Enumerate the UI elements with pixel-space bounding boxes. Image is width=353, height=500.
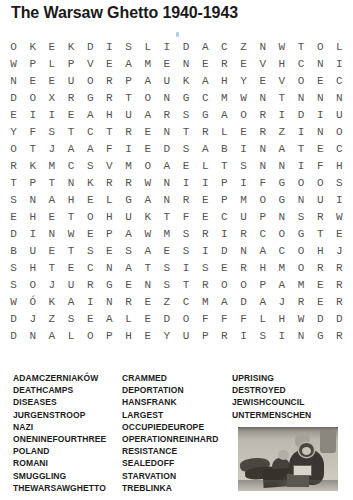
grid-cell: C bbox=[272, 243, 291, 260]
grid-cell: W bbox=[138, 226, 157, 243]
grid-cell: F bbox=[176, 209, 195, 226]
grid-cell: N bbox=[157, 175, 176, 192]
grid-cell: P bbox=[119, 73, 138, 90]
grid-cell: O bbox=[81, 73, 100, 90]
word-list-item: UNTERMENSCHEN bbox=[232, 409, 311, 421]
grid-cell: E bbox=[311, 277, 330, 294]
grid-cell: H bbox=[119, 328, 138, 345]
grid-cell: F bbox=[196, 311, 215, 328]
word-list-column: CRAMMEDDEPORTATIONHANSFRANKLARGESTOCCUPI… bbox=[122, 372, 218, 494]
grid-cell: E bbox=[61, 107, 80, 124]
grid-cell: H bbox=[100, 209, 119, 226]
grid-cell: C bbox=[81, 260, 100, 277]
grid-cell: O bbox=[291, 73, 310, 90]
grid-cell: D bbox=[4, 311, 23, 328]
grid-cell: P bbox=[215, 175, 234, 192]
grid-cell: I bbox=[330, 56, 349, 73]
grid-cell: A bbox=[215, 294, 234, 311]
grid-cell: I bbox=[23, 107, 42, 124]
grid-cell: W bbox=[4, 56, 23, 73]
grid-cell: E bbox=[119, 277, 138, 294]
grid-cell: E bbox=[81, 226, 100, 243]
grid-cell: R bbox=[100, 73, 119, 90]
grid-cell: R bbox=[119, 175, 138, 192]
grid-cell: C bbox=[176, 294, 195, 311]
grid-cell: S bbox=[81, 243, 100, 260]
grid-cell: W bbox=[272, 39, 291, 56]
grid-cell: P bbox=[253, 209, 272, 226]
grid-cell: I bbox=[234, 175, 253, 192]
grid-cell: O bbox=[291, 260, 310, 277]
photo-tray-shape bbox=[293, 465, 312, 476]
grid-cell: N bbox=[61, 175, 80, 192]
grid-cell: T bbox=[176, 277, 195, 294]
word-list-item: SMUGGLING bbox=[13, 470, 106, 482]
grid-cell: H bbox=[215, 73, 234, 90]
grid-cell: O bbox=[138, 158, 157, 175]
photo-doorway-shape bbox=[320, 430, 336, 453]
grid-cell: T bbox=[42, 175, 61, 192]
grid-cell: E bbox=[196, 56, 215, 73]
grid-cell: A bbox=[253, 294, 272, 311]
grid-cell: A bbox=[119, 260, 138, 277]
grid-cell: A bbox=[196, 141, 215, 158]
grid-cell: J bbox=[42, 277, 61, 294]
grid-cell: H bbox=[61, 192, 80, 209]
word-list-item: POLAND bbox=[13, 445, 106, 457]
grid-cell: O bbox=[234, 277, 253, 294]
grid-cell: O bbox=[272, 226, 291, 243]
grid-cell: O bbox=[4, 141, 23, 158]
grid-cell: O bbox=[253, 192, 272, 209]
grid-cell: U bbox=[61, 73, 80, 90]
grid-cell: R bbox=[157, 107, 176, 124]
grid-cell: A bbox=[81, 107, 100, 124]
grid-cell: J bbox=[42, 141, 61, 158]
grid-cell: N bbox=[291, 192, 310, 209]
grid-cell: E bbox=[311, 73, 330, 90]
grid-cell: R bbox=[196, 124, 215, 141]
grid-cell: O bbox=[81, 328, 100, 345]
grid-cell: A bbox=[196, 73, 215, 90]
grid-cell: E bbox=[234, 56, 253, 73]
grid-cell: S bbox=[61, 311, 80, 328]
grid-cell: K bbox=[23, 39, 42, 56]
grid-cell: I bbox=[291, 158, 310, 175]
grid-cell: T bbox=[23, 141, 42, 158]
grid-cell: M bbox=[272, 260, 291, 277]
grid-cell: T bbox=[176, 124, 195, 141]
grid-cell: V bbox=[272, 73, 291, 90]
grid-cell: S bbox=[4, 277, 23, 294]
grid-cell: P bbox=[100, 328, 119, 345]
word-list-item: DEATHCAMPS bbox=[13, 384, 106, 396]
grid-cell: A bbox=[42, 192, 61, 209]
grid-cell: U bbox=[157, 73, 176, 90]
grid-cell: A bbox=[81, 141, 100, 158]
grid-cell: N bbox=[311, 56, 330, 73]
grid-cell: W bbox=[291, 311, 310, 328]
grid-cell: T bbox=[311, 226, 330, 243]
grid-cell: T bbox=[272, 90, 291, 107]
word-list-item: STARVATION bbox=[122, 470, 218, 482]
grid-cell: A bbox=[119, 226, 138, 243]
grid-cell: I bbox=[176, 175, 195, 192]
grid-cell: P bbox=[196, 328, 215, 345]
grid-cell: J bbox=[272, 294, 291, 311]
grid-cell: A bbox=[100, 311, 119, 328]
grid-cell: D bbox=[176, 39, 195, 56]
grid-cell: P bbox=[253, 277, 272, 294]
grid-cell: I bbox=[215, 226, 234, 243]
grid-cell: A bbox=[272, 277, 291, 294]
grid-cell: N bbox=[330, 90, 349, 107]
grid-cell: N bbox=[234, 243, 253, 260]
grid-cell: V bbox=[253, 56, 272, 73]
grid-cell: W bbox=[138, 175, 157, 192]
grid-cell: L bbox=[119, 311, 138, 328]
grid-cell: E bbox=[138, 124, 157, 141]
grid-cell: W bbox=[4, 294, 23, 311]
grid-cell: I bbox=[272, 328, 291, 345]
grid-cell: N bbox=[253, 90, 272, 107]
grid-cell: M bbox=[119, 158, 138, 175]
grid-cell: U bbox=[176, 328, 195, 345]
grid-cell: E bbox=[176, 158, 195, 175]
grid-cell: D bbox=[215, 243, 234, 260]
grid-cell: R bbox=[81, 277, 100, 294]
grid-cell: G bbox=[81, 90, 100, 107]
grid-cell: S bbox=[42, 124, 61, 141]
grid-cell: E bbox=[23, 73, 42, 90]
grid-cell: X bbox=[42, 90, 61, 107]
grid-cell: G bbox=[291, 226, 310, 243]
grid-cell: Ó bbox=[23, 294, 42, 311]
photo-ground-shadow bbox=[238, 480, 338, 491]
grid-cell: R bbox=[119, 294, 138, 311]
grid-cell: O bbox=[23, 277, 42, 294]
grid-cell: H bbox=[100, 107, 119, 124]
grid-cell: V bbox=[100, 158, 119, 175]
grid-cell: N bbox=[311, 90, 330, 107]
grid-cell: E bbox=[138, 328, 157, 345]
grid-cell: K bbox=[42, 294, 61, 311]
word-list-item: LARGEST bbox=[122, 409, 218, 421]
grid-cell: E bbox=[4, 209, 23, 226]
grid-cell: E bbox=[138, 311, 157, 328]
word-list-item: ROMANI bbox=[13, 457, 106, 469]
grid-cell: N bbox=[176, 56, 195, 73]
photo-scene bbox=[238, 427, 338, 491]
grid-cell: C bbox=[291, 56, 310, 73]
grid-cell: P bbox=[23, 56, 42, 73]
grid-cell: N bbox=[4, 73, 23, 90]
grid-cell: K bbox=[23, 158, 42, 175]
grid-cell: N bbox=[272, 209, 291, 226]
grid-cell: E bbox=[330, 226, 349, 243]
grid-cell: C bbox=[330, 73, 349, 90]
grid-cell: U bbox=[23, 243, 42, 260]
word-list-item: JEWISHCOUNCIL bbox=[232, 396, 311, 408]
grid-cell: F bbox=[215, 311, 234, 328]
grid-cell: O bbox=[176, 311, 195, 328]
grid-cell: S bbox=[291, 209, 310, 226]
grid-cell: R bbox=[100, 90, 119, 107]
grid-cell: E bbox=[42, 209, 61, 226]
grid-cell: W bbox=[330, 209, 349, 226]
grid-cell: S bbox=[253, 328, 272, 345]
grid-cell: T bbox=[291, 39, 310, 56]
grid-cell: S bbox=[234, 158, 253, 175]
grid-cell: I bbox=[272, 107, 291, 124]
grid-cell: F bbox=[253, 175, 272, 192]
grid-cell: S bbox=[4, 260, 23, 277]
grid-cell: I bbox=[42, 107, 61, 124]
grid-cell: J bbox=[23, 311, 42, 328]
grid-cell: N bbox=[157, 124, 176, 141]
grid-cell: S bbox=[81, 158, 100, 175]
grid-cell: E bbox=[311, 141, 330, 158]
grid-cell: O bbox=[330, 124, 349, 141]
grid-cell: F bbox=[234, 311, 253, 328]
grid-cell: N bbox=[100, 260, 119, 277]
grid-cell: C bbox=[215, 39, 234, 56]
grid-cell: D bbox=[157, 141, 176, 158]
grid-cell: S bbox=[119, 243, 138, 260]
photo-child-head bbox=[278, 450, 289, 460]
grid-cell: D bbox=[4, 90, 23, 107]
grid-cell: E bbox=[42, 73, 61, 90]
grid-cell: K bbox=[176, 73, 195, 90]
grid-cell: T bbox=[157, 209, 176, 226]
word-list-column: ADAMCZERNIAKÓWDEATHCAMPSDISEASESJURGENST… bbox=[13, 372, 106, 494]
grid-cell: N bbox=[253, 158, 272, 175]
grid-cell: O bbox=[81, 209, 100, 226]
word-list-item: JURGENSTROOP bbox=[13, 409, 106, 421]
stray-annotation-mark bbox=[176, 32, 179, 37]
grid-cell: G bbox=[311, 328, 330, 345]
grid-cell: G bbox=[272, 175, 291, 192]
word-list-item: OPERATIONREINHARD bbox=[122, 433, 218, 445]
grid-cell: I bbox=[291, 124, 310, 141]
grid-cell: D bbox=[311, 311, 330, 328]
grid-cell: M bbox=[291, 277, 310, 294]
grid-cell: A bbox=[61, 294, 80, 311]
grid-cell: L bbox=[100, 192, 119, 209]
grid-cell: R bbox=[291, 294, 310, 311]
grid-cell: T bbox=[42, 260, 61, 277]
ghetto-photo bbox=[238, 427, 338, 491]
grid-cell: P bbox=[23, 175, 42, 192]
grid-cell: P bbox=[100, 226, 119, 243]
grid-cell: M bbox=[42, 158, 61, 175]
grid-cell: S bbox=[4, 192, 23, 209]
grid-cell: D bbox=[157, 311, 176, 328]
grid-cell: E bbox=[4, 107, 23, 124]
grid-cell: C bbox=[81, 124, 100, 141]
grid-cell: Z bbox=[157, 294, 176, 311]
grid-cell: U bbox=[61, 277, 80, 294]
grid-cell: T bbox=[215, 158, 234, 175]
grid-cell: S bbox=[157, 260, 176, 277]
grid-cell: S bbox=[176, 243, 195, 260]
grid-cell: A bbox=[253, 243, 272, 260]
grid-cell: Z bbox=[42, 311, 61, 328]
grid-cell: E bbox=[42, 39, 61, 56]
grid-cell: A bbox=[215, 107, 234, 124]
grid-cell: R bbox=[330, 328, 349, 345]
grid-cell: K bbox=[61, 39, 80, 56]
page-title: The Warsaw Ghetto 1940-1943 bbox=[11, 4, 238, 22]
worksheet-page: The Warsaw Ghetto 1940-1943 OKEKDISLIDAC… bbox=[0, 0, 353, 500]
grid-cell: S bbox=[176, 141, 195, 158]
grid-cell: R bbox=[119, 124, 138, 141]
grid-cell: B bbox=[4, 243, 23, 260]
grid-cell: V bbox=[81, 56, 100, 73]
grid-cell: P bbox=[61, 56, 80, 73]
grid-cell: R bbox=[311, 209, 330, 226]
grid-cell: R bbox=[330, 294, 349, 311]
grid-cell: Y bbox=[234, 73, 253, 90]
grid-cell: E bbox=[100, 56, 119, 73]
grid-cell: E bbox=[196, 192, 215, 209]
grid-cell: T bbox=[138, 260, 157, 277]
grid-cell: N bbox=[311, 124, 330, 141]
grid-cell: S bbox=[176, 226, 195, 243]
grid-cell: L bbox=[42, 56, 61, 73]
grid-cell: R bbox=[196, 277, 215, 294]
grid-cell: Z bbox=[234, 39, 253, 56]
grid-cell: G bbox=[100, 277, 119, 294]
grid-cell: Y bbox=[157, 328, 176, 345]
grid-cell: C bbox=[61, 158, 80, 175]
grid-cell: O bbox=[4, 39, 23, 56]
grid-cell: D bbox=[234, 294, 253, 311]
grid-cell: T bbox=[291, 141, 310, 158]
grid-cell: L bbox=[215, 124, 234, 141]
grid-cell: M bbox=[196, 294, 215, 311]
grid-cell: N bbox=[23, 328, 42, 345]
grid-cell: N bbox=[138, 277, 157, 294]
grid-cell: N bbox=[157, 192, 176, 209]
grid-cell: R bbox=[215, 328, 234, 345]
grid-cell: I bbox=[23, 226, 42, 243]
grid-cell: H bbox=[253, 260, 272, 277]
grid-cell: R bbox=[234, 226, 253, 243]
grid-cell: E bbox=[138, 294, 157, 311]
word-list-column: UPRISINGDESTROYEDJEWISHCOUNCILUNTERMENSC… bbox=[232, 372, 311, 421]
grid-cell: P bbox=[215, 192, 234, 209]
grid-cell: H bbox=[272, 56, 291, 73]
grid-cell: T bbox=[100, 124, 119, 141]
grid-cell: E bbox=[253, 73, 272, 90]
grid-cell: S bbox=[176, 107, 195, 124]
grid-cell: U bbox=[311, 192, 330, 209]
word-list-item: CRAMMED bbox=[122, 372, 218, 384]
grid-cell: I bbox=[100, 39, 119, 56]
grid-cell: Y bbox=[4, 124, 23, 141]
grid-cell: L bbox=[138, 39, 157, 56]
grid-cell: C bbox=[330, 141, 349, 158]
grid-cell: U bbox=[119, 107, 138, 124]
grid-cell: T bbox=[61, 209, 80, 226]
word-list-item: TREBLINKA bbox=[122, 482, 218, 494]
grid-cell: L bbox=[253, 311, 272, 328]
grid-cell: O bbox=[291, 175, 310, 192]
grid-cell: D bbox=[291, 107, 310, 124]
word-list-item: OCCUPIEDEUROPE bbox=[122, 421, 218, 433]
grid-cell: J bbox=[330, 243, 349, 260]
grid-cell: U bbox=[234, 209, 253, 226]
grid-cell: H bbox=[330, 158, 349, 175]
grid-cell: E bbox=[234, 124, 253, 141]
grid-cell: F bbox=[311, 158, 330, 175]
grid-cell: D bbox=[4, 226, 23, 243]
grid-cell: M bbox=[138, 56, 157, 73]
grid-cell: I bbox=[234, 141, 253, 158]
grid-cell: I bbox=[176, 260, 195, 277]
grid-cell: R bbox=[311, 260, 330, 277]
grid-cell: N bbox=[291, 328, 310, 345]
grid-cell: M bbox=[215, 90, 234, 107]
grid-cell: D bbox=[4, 328, 23, 345]
grid-cell: N bbox=[100, 294, 119, 311]
photo-woman-face bbox=[302, 447, 311, 455]
grid-cell: R bbox=[176, 192, 195, 209]
grid-cell: R bbox=[61, 90, 80, 107]
grid-cell: I bbox=[234, 328, 253, 345]
grid-cell: A bbox=[157, 158, 176, 175]
grid-cell: C bbox=[215, 209, 234, 226]
grid-cell: A bbox=[119, 56, 138, 73]
grid-cell: M bbox=[157, 226, 176, 243]
grid-cell: H bbox=[23, 260, 42, 277]
grid-cell: L bbox=[196, 158, 215, 175]
grid-cell: E bbox=[215, 260, 234, 277]
grid-cell: N bbox=[42, 226, 61, 243]
grid-cell: A bbox=[61, 141, 80, 158]
grid-cell: G bbox=[272, 192, 291, 209]
grid-cell: S bbox=[196, 260, 215, 277]
grid-cell: T bbox=[61, 243, 80, 260]
word-search-grid: OKEKDISLIDACZNWTOLWPLPVEAMENEREVHCNINEEU… bbox=[4, 39, 349, 345]
grid-cell: R bbox=[253, 107, 272, 124]
grid-cell: N bbox=[253, 39, 272, 56]
grid-cell: S bbox=[330, 175, 349, 192]
grid-cell: E bbox=[42, 243, 61, 260]
grid-cell: I bbox=[330, 192, 349, 209]
grid-cell: F bbox=[23, 124, 42, 141]
grid-cell: C bbox=[253, 226, 272, 243]
grid-cell: H bbox=[311, 243, 330, 260]
grid-cell: A bbox=[42, 328, 61, 345]
grid-cell: F bbox=[100, 141, 119, 158]
grid-cell: T bbox=[61, 124, 80, 141]
grid-cell: Z bbox=[272, 124, 291, 141]
grid-cell: E bbox=[196, 209, 215, 226]
grid-cell: I bbox=[196, 175, 215, 192]
grid-cell: D bbox=[81, 39, 100, 56]
grid-cell: A bbox=[196, 39, 215, 56]
grid-cell: R bbox=[215, 56, 234, 73]
grid-cell: I bbox=[196, 243, 215, 260]
grid-cell: U bbox=[330, 107, 349, 124]
grid-cell: G bbox=[196, 107, 215, 124]
grid-cell: B bbox=[215, 141, 234, 158]
grid-cell: U bbox=[119, 209, 138, 226]
grid-cell: O bbox=[234, 107, 253, 124]
grid-cell: L bbox=[330, 39, 349, 56]
